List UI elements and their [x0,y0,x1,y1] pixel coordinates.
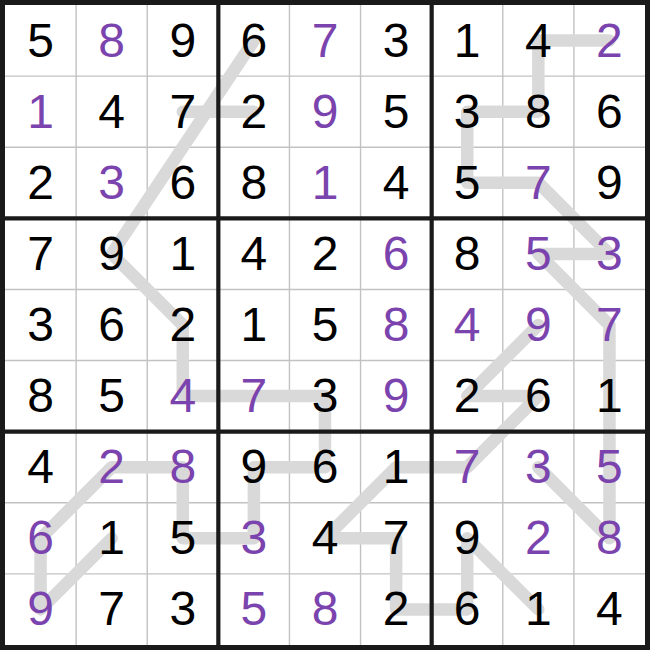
cell-r8c3[interactable]: 5 [147,503,218,574]
cell-r2c5[interactable]: 9 [289,76,360,147]
cell-r9c5[interactable]: 8 [289,574,360,645]
cell-r5c6[interactable]: 8 [361,289,432,360]
cell-r2c3[interactable]: 7 [147,76,218,147]
cell-r4c2[interactable]: 9 [76,218,147,289]
cell-r7c3[interactable]: 8 [147,432,218,503]
cell-r6c7[interactable]: 2 [432,361,503,432]
cell-r6c9[interactable]: 1 [574,361,645,432]
cell-r1c6[interactable]: 3 [361,5,432,76]
cell-r1c3[interactable]: 9 [147,5,218,76]
cell-r8c9[interactable]: 8 [574,503,645,574]
cell-r9c7[interactable]: 6 [432,574,503,645]
sudoku-board: 5896731421472953862368145797914268533621… [0,0,650,650]
cell-r3c3[interactable]: 6 [147,147,218,218]
cell-r6c2[interactable]: 5 [76,361,147,432]
cell-r8c7[interactable]: 9 [432,503,503,574]
cell-r9c4[interactable]: 5 [218,574,289,645]
cell-r6c5[interactable]: 3 [289,361,360,432]
cell-r7c2[interactable]: 2 [76,432,147,503]
cell-r5c9[interactable]: 7 [574,289,645,360]
sudoku-grid: 5896731421472953862368145797914268533621… [5,5,645,645]
cell-r1c7[interactable]: 1 [432,5,503,76]
cell-r4c7[interactable]: 8 [432,218,503,289]
cell-r1c5[interactable]: 7 [289,5,360,76]
cell-r4c9[interactable]: 3 [574,218,645,289]
cell-r1c4[interactable]: 6 [218,5,289,76]
cell-r5c5[interactable]: 5 [289,289,360,360]
cell-r8c2[interactable]: 1 [76,503,147,574]
cell-r3c7[interactable]: 5 [432,147,503,218]
cell-r9c8[interactable]: 1 [503,574,574,645]
cell-r1c2[interactable]: 8 [76,5,147,76]
cell-r8c5[interactable]: 4 [289,503,360,574]
cell-r6c3[interactable]: 4 [147,361,218,432]
cell-r6c6[interactable]: 9 [361,361,432,432]
cell-r6c4[interactable]: 7 [218,361,289,432]
cell-r8c4[interactable]: 3 [218,503,289,574]
cell-r6c8[interactable]: 6 [503,361,574,432]
cell-r2c2[interactable]: 4 [76,76,147,147]
cell-r8c8[interactable]: 2 [503,503,574,574]
cell-r5c2[interactable]: 6 [76,289,147,360]
cell-r5c3[interactable]: 2 [147,289,218,360]
cell-r2c4[interactable]: 2 [218,76,289,147]
cell-r8c6[interactable]: 7 [361,503,432,574]
cell-r7c7[interactable]: 7 [432,432,503,503]
cell-r7c1[interactable]: 4 [5,432,76,503]
cell-r7c4[interactable]: 9 [218,432,289,503]
cell-r9c2[interactable]: 7 [76,574,147,645]
cell-r9c1[interactable]: 9 [5,574,76,645]
cell-r2c8[interactable]: 8 [503,76,574,147]
cell-r5c8[interactable]: 9 [503,289,574,360]
cell-r4c4[interactable]: 4 [218,218,289,289]
cell-r3c1[interactable]: 2 [5,147,76,218]
cell-r3c8[interactable]: 7 [503,147,574,218]
cell-r7c9[interactable]: 5 [574,432,645,503]
cell-r8c1[interactable]: 6 [5,503,76,574]
cell-r1c9[interactable]: 2 [574,5,645,76]
cell-r9c9[interactable]: 4 [574,574,645,645]
cell-r2c9[interactable]: 6 [574,76,645,147]
cell-r9c6[interactable]: 2 [361,574,432,645]
cell-r4c6[interactable]: 6 [361,218,432,289]
cell-r1c1[interactable]: 5 [5,5,76,76]
cell-r5c1[interactable]: 3 [5,289,76,360]
cell-r2c1[interactable]: 1 [5,76,76,147]
cell-r4c1[interactable]: 7 [5,218,76,289]
cell-r6c1[interactable]: 8 [5,361,76,432]
cell-r4c3[interactable]: 1 [147,218,218,289]
cell-r7c8[interactable]: 3 [503,432,574,503]
cell-r2c6[interactable]: 5 [361,76,432,147]
cell-r7c5[interactable]: 6 [289,432,360,503]
cell-r1c8[interactable]: 4 [503,5,574,76]
cell-r7c6[interactable]: 1 [361,432,432,503]
cell-r5c4[interactable]: 1 [218,289,289,360]
cell-r3c5[interactable]: 1 [289,147,360,218]
cell-r2c7[interactable]: 3 [432,76,503,147]
cell-r4c8[interactable]: 5 [503,218,574,289]
cell-r3c2[interactable]: 3 [76,147,147,218]
cell-r4c5[interactable]: 2 [289,218,360,289]
cell-r3c9[interactable]: 9 [574,147,645,218]
cell-r9c3[interactable]: 3 [147,574,218,645]
cell-r3c6[interactable]: 4 [361,147,432,218]
cell-r3c4[interactable]: 8 [218,147,289,218]
cell-r5c7[interactable]: 4 [432,289,503,360]
